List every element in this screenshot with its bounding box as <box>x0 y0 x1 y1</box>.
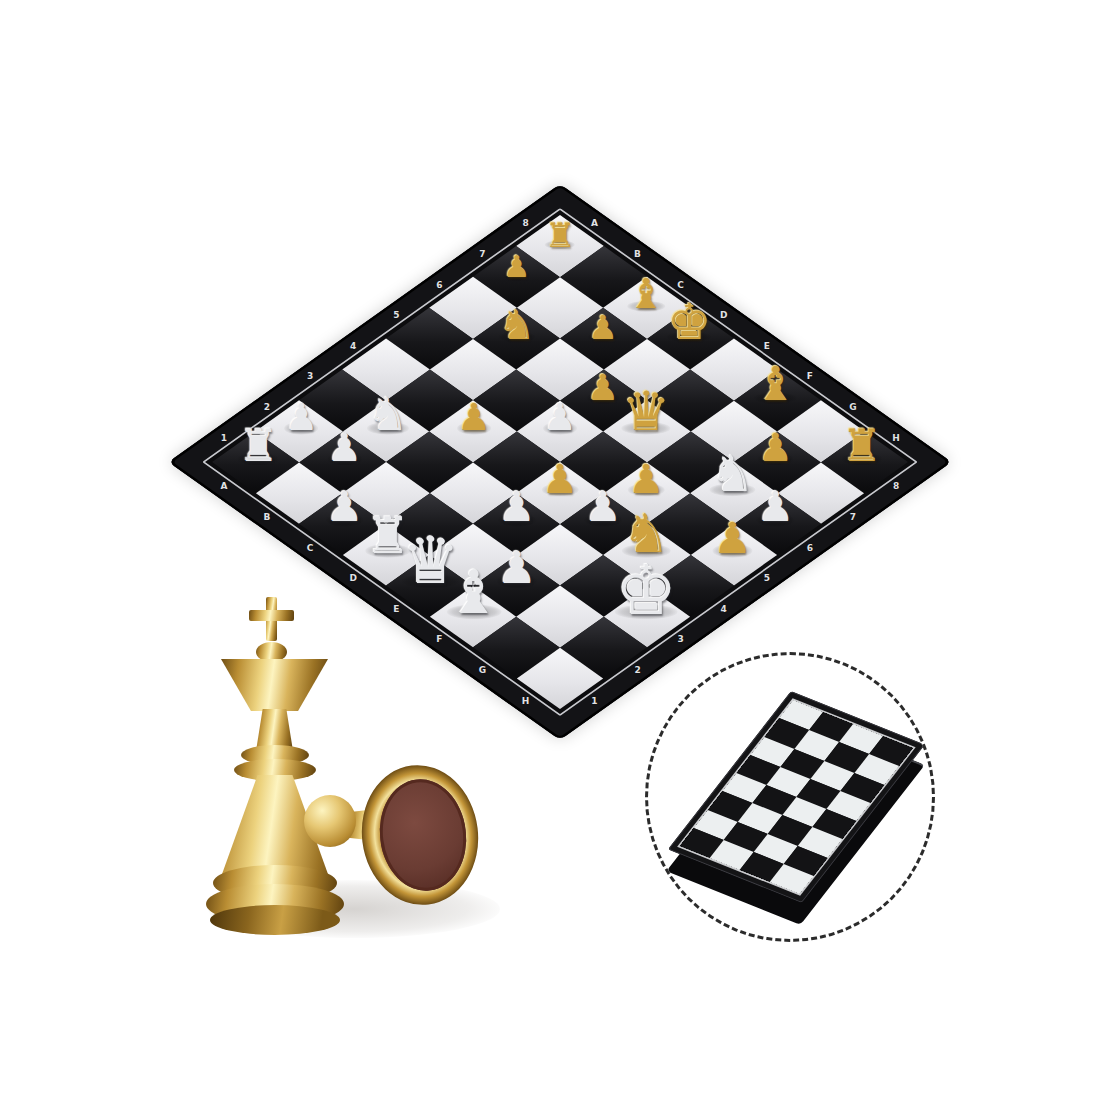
folded-board-inset <box>645 652 935 942</box>
gold-pawn-lying-magnetic-base <box>288 765 503 915</box>
folded-board-squares <box>680 700 913 894</box>
king-crown <box>221 659 328 711</box>
pawn-head <box>304 795 356 847</box>
king-cross-icon <box>249 610 294 621</box>
product-photo-stage: AABBCCDDEEFFGGHH1122334455667788♜♝♚♝♜♟♟♟… <box>0 0 1120 1120</box>
